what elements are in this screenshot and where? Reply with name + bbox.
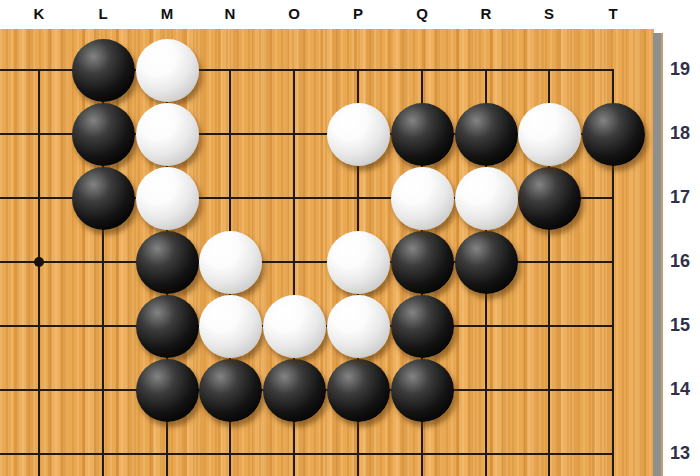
- black-stone-M16[interactable]: [136, 231, 199, 294]
- black-stone-T18[interactable]: [582, 103, 645, 166]
- column-label-S: S: [544, 0, 554, 29]
- column-label-R: R: [481, 0, 492, 29]
- white-stone-P15[interactable]: [327, 295, 390, 358]
- row-label-19: 19: [663, 59, 697, 80]
- black-stone-Q14[interactable]: [391, 359, 454, 422]
- black-stone-O14[interactable]: [263, 359, 326, 422]
- white-stone-M19[interactable]: [136, 39, 199, 102]
- column-label-N: N: [225, 0, 236, 29]
- white-stone-M17[interactable]: [136, 167, 199, 230]
- white-stone-Q17[interactable]: [391, 167, 454, 230]
- row-label-14: 14: [663, 379, 697, 400]
- black-stone-Q15[interactable]: [391, 295, 454, 358]
- black-stone-L19[interactable]: [72, 39, 135, 102]
- go-board-screenshot: KLMNOPQRST 19181716151413: [0, 0, 700, 476]
- white-stone-S18[interactable]: [518, 103, 581, 166]
- column-label-P: P: [353, 0, 363, 29]
- black-stone-S17[interactable]: [518, 167, 581, 230]
- grid-line-row-16: [0, 261, 614, 263]
- column-label-K: K: [34, 0, 45, 29]
- row-label-18: 18: [663, 123, 697, 144]
- black-stone-M15[interactable]: [136, 295, 199, 358]
- black-stone-R18[interactable]: [455, 103, 518, 166]
- column-label-Q: Q: [416, 0, 428, 29]
- white-stone-N16[interactable]: [199, 231, 262, 294]
- star-point-K16: [34, 257, 44, 267]
- board-edge-shadow: [653, 33, 661, 476]
- row-label-16: 16: [663, 251, 697, 272]
- row-label-15: 15: [663, 315, 697, 336]
- white-stone-M18[interactable]: [136, 103, 199, 166]
- white-stone-N15[interactable]: [199, 295, 262, 358]
- black-stone-L17[interactable]: [72, 167, 135, 230]
- column-label-L: L: [98, 0, 107, 29]
- row-labels-bar: 19181716151413: [663, 0, 700, 476]
- black-stone-R16[interactable]: [455, 231, 518, 294]
- go-board[interactable]: [0, 29, 654, 476]
- black-stone-N14[interactable]: [199, 359, 262, 422]
- column-label-M: M: [161, 0, 174, 29]
- column-label-O: O: [288, 0, 300, 29]
- white-stone-O15[interactable]: [263, 295, 326, 358]
- row-label-17: 17: [663, 187, 697, 208]
- white-stone-P16[interactable]: [327, 231, 390, 294]
- black-stone-L18[interactable]: [72, 103, 135, 166]
- column-labels-bar: KLMNOPQRST: [0, 0, 700, 29]
- column-label-T: T: [608, 0, 617, 29]
- grid-line-row-13: [0, 453, 614, 455]
- black-stone-P14[interactable]: [327, 359, 390, 422]
- black-stone-M14[interactable]: [136, 359, 199, 422]
- white-stone-R17[interactable]: [455, 167, 518, 230]
- black-stone-Q18[interactable]: [391, 103, 454, 166]
- row-label-13: 13: [663, 443, 697, 464]
- black-stone-Q16[interactable]: [391, 231, 454, 294]
- grid-line-col-K: [38, 69, 40, 476]
- white-stone-P18[interactable]: [327, 103, 390, 166]
